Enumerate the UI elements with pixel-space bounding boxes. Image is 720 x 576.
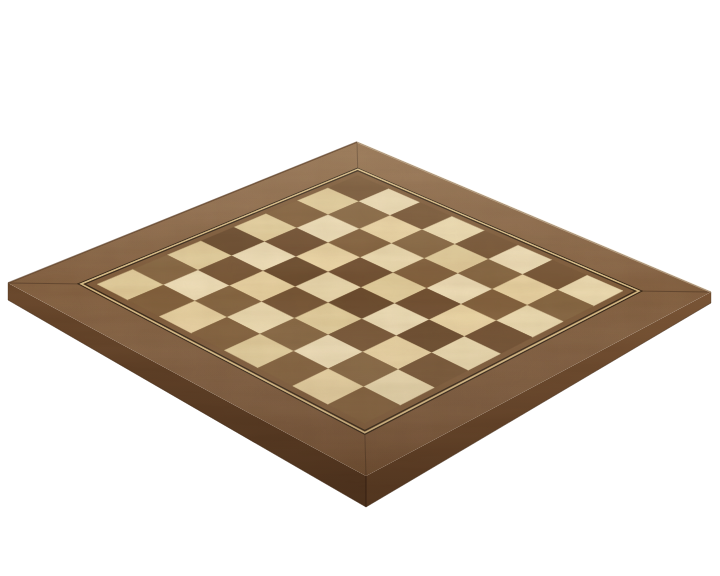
lighting-sheen (8, 142, 711, 476)
product-photo (0, 0, 720, 576)
chess-board (0, 0, 720, 576)
